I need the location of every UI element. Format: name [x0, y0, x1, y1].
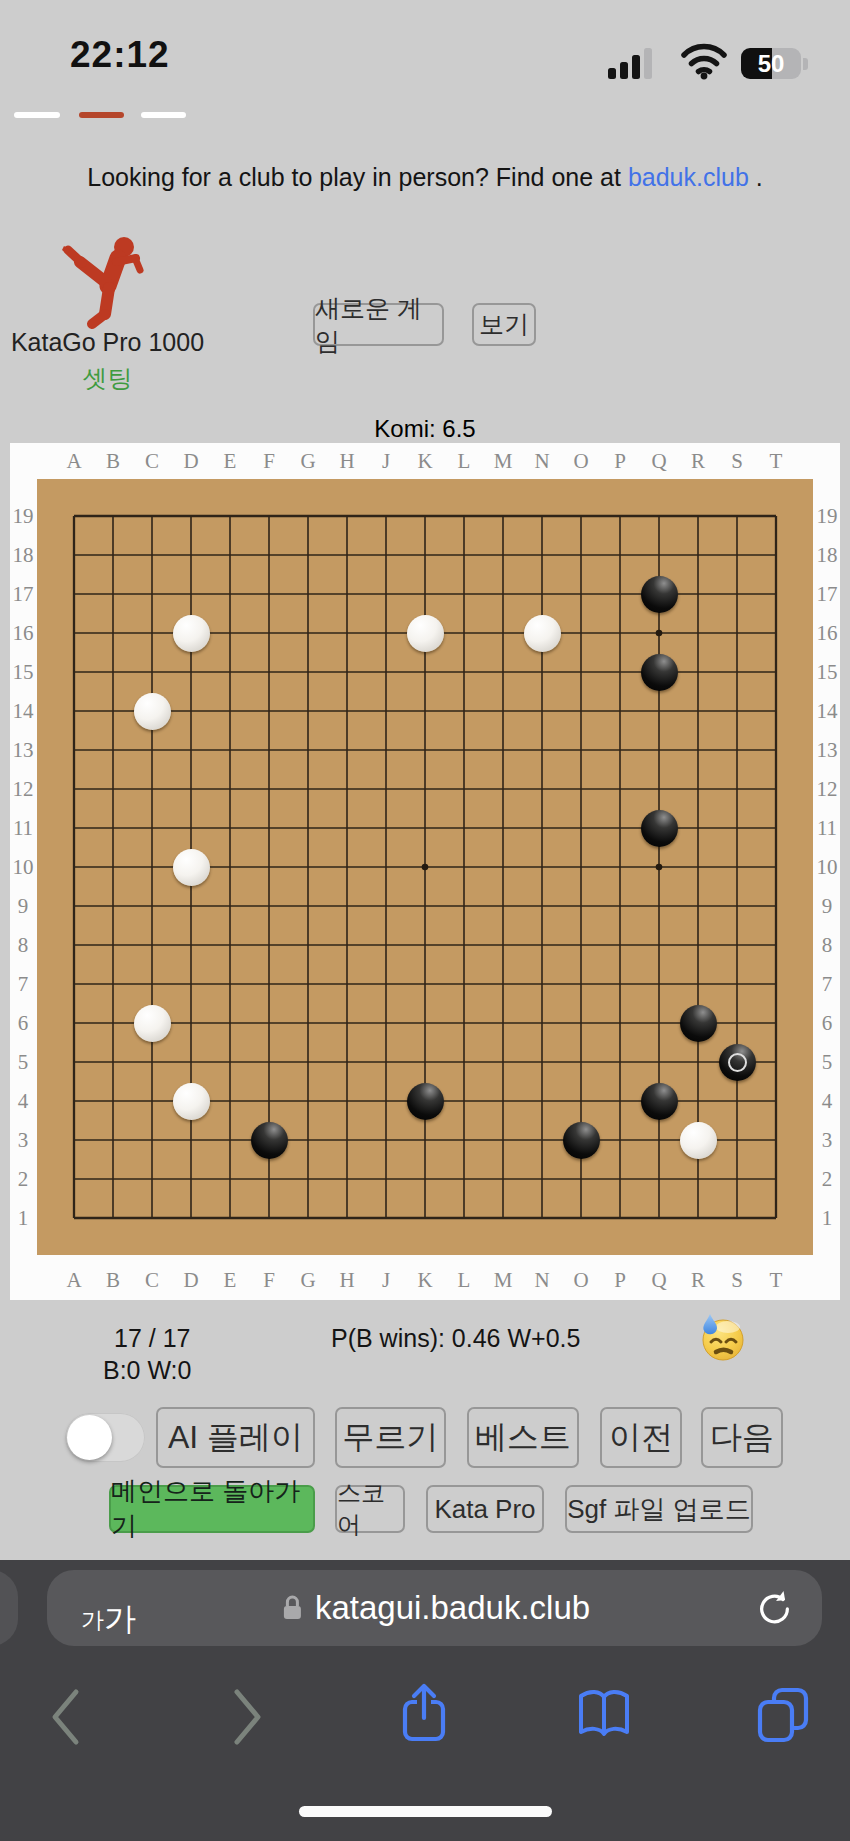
- coord-left-19: 19: [13, 504, 34, 529]
- go-board[interactable]: [37, 479, 813, 1255]
- tab-indicator-1[interactable]: [14, 112, 60, 118]
- stone-black-k4: [407, 1083, 444, 1120]
- coord-left-3: 3: [18, 1128, 29, 1153]
- coord-bottom-a: A: [66, 1268, 81, 1293]
- coord-right-16: 16: [817, 621, 838, 646]
- ai-toggle-knob[interactable]: [67, 1415, 112, 1460]
- reload-icon[interactable]: [756, 1589, 794, 1627]
- coord-top-p: P: [614, 449, 626, 474]
- coord-top-c: C: [145, 449, 159, 474]
- tab-indicator-2[interactable]: [79, 112, 124, 118]
- coord-bottom-g: G: [300, 1268, 315, 1293]
- screen: 22:12 50 Looking for a club to play in p…: [0, 0, 850, 1841]
- coord-bottom-l: L: [458, 1268, 471, 1293]
- battery-icon: 50: [741, 48, 801, 79]
- coord-left-14: 14: [13, 699, 34, 724]
- coord-top-j: J: [382, 449, 390, 474]
- settings-link[interactable]: 셋팅: [5, 362, 210, 395]
- coord-top-m: M: [494, 449, 513, 474]
- stone-black-q11: [641, 810, 678, 847]
- coord-right-13: 13: [817, 738, 838, 763]
- coord-right-11: 11: [817, 816, 837, 841]
- coord-bottom-k: K: [417, 1268, 432, 1293]
- coord-bottom-e: E: [224, 1268, 237, 1293]
- coord-right-4: 4: [822, 1089, 833, 1114]
- banner-text: Looking for a club to play in person? Fi…: [87, 163, 621, 191]
- next-button[interactable]: 다음: [701, 1407, 783, 1468]
- coord-right-9: 9: [822, 894, 833, 919]
- taekwondo-kicker-logo: [56, 230, 166, 330]
- coord-bottom-h: H: [339, 1268, 354, 1293]
- url-text[interactable]: katagui.baduk.club: [315, 1589, 590, 1627]
- coord-top-f: F: [263, 449, 275, 474]
- coord-top-h: H: [339, 449, 354, 474]
- stone-black-q17: [641, 576, 678, 613]
- coord-top-o: O: [573, 449, 588, 474]
- home-indicator[interactable]: [299, 1806, 552, 1817]
- coord-bottom-m: M: [494, 1268, 513, 1293]
- coord-left-16: 16: [13, 621, 34, 646]
- lock-icon: [279, 1593, 305, 1623]
- kata-pro-button[interactable]: Kata Pro: [426, 1485, 544, 1533]
- forward-icon[interactable]: [231, 1688, 265, 1746]
- coord-top-g: G: [300, 449, 315, 474]
- stone-white-k16: [407, 615, 444, 652]
- coord-top-s: S: [731, 449, 743, 474]
- back-icon[interactable]: [48, 1688, 82, 1746]
- adjacent-tab-edge[interactable]: [0, 1570, 18, 1646]
- coord-left-10: 10: [13, 855, 34, 880]
- baduk-club-link[interactable]: baduk.club: [628, 163, 749, 191]
- coord-left-17: 17: [13, 582, 34, 607]
- coord-top-k: K: [417, 449, 432, 474]
- sgf-upload-button[interactable]: Sgf 파일 업로드: [565, 1485, 753, 1533]
- bookmarks-icon[interactable]: [576, 1688, 632, 1742]
- share-icon[interactable]: [400, 1682, 448, 1746]
- coord-bottom-r: R: [691, 1268, 705, 1293]
- coord-right-17: 17: [817, 582, 838, 607]
- stone-white-c6: [134, 1005, 171, 1042]
- coord-right-19: 19: [817, 504, 838, 529]
- coord-left-1: 1: [18, 1206, 29, 1231]
- coord-left-18: 18: [13, 543, 34, 568]
- ai-play-button[interactable]: AI 플레이: [156, 1407, 315, 1468]
- stone-black-q15: [641, 654, 678, 691]
- coord-right-10: 10: [817, 855, 838, 880]
- coord-bottom-q: Q: [651, 1268, 666, 1293]
- move-counter: 17 / 17: [114, 1324, 190, 1353]
- coord-top-a: A: [66, 449, 81, 474]
- coord-right-15: 15: [817, 660, 838, 685]
- coord-bottom-t: T: [770, 1268, 783, 1293]
- stone-white-r3: [680, 1122, 717, 1159]
- coord-bottom-p: P: [614, 1268, 626, 1293]
- wifi-icon: [680, 42, 728, 80]
- text-size-button[interactable]: 가가: [81, 1570, 136, 1646]
- tabs-icon[interactable]: [756, 1686, 810, 1744]
- coord-right-1: 1: [822, 1206, 833, 1231]
- coord-bottom-c: C: [145, 1268, 159, 1293]
- battery-nub: [803, 58, 808, 70]
- coord-bottom-j: J: [382, 1268, 390, 1293]
- stone-white-d4: [173, 1083, 210, 1120]
- coord-right-5: 5: [822, 1050, 833, 1075]
- banner-suffix: .: [749, 163, 763, 191]
- stone-black-s5: [719, 1044, 756, 1081]
- coord-left-13: 13: [13, 738, 34, 763]
- coord-bottom-o: O: [573, 1268, 588, 1293]
- coord-right-2: 2: [822, 1167, 833, 1192]
- stone-black-q4: [641, 1083, 678, 1120]
- coord-bottom-f: F: [263, 1268, 275, 1293]
- coord-left-5: 5: [18, 1050, 29, 1075]
- coord-top-e: E: [224, 449, 237, 474]
- coord-top-r: R: [691, 449, 705, 474]
- coord-right-8: 8: [822, 933, 833, 958]
- sweat-emoji-icon: [698, 1312, 746, 1362]
- coord-top-l: L: [458, 449, 471, 474]
- coord-left-8: 8: [18, 933, 29, 958]
- coord-top-b: B: [106, 449, 120, 474]
- signal-icon: [608, 46, 658, 79]
- coord-left-15: 15: [13, 660, 34, 685]
- coord-top-d: D: [183, 449, 198, 474]
- coord-top-n: N: [534, 449, 549, 474]
- coord-left-11: 11: [13, 816, 33, 841]
- coord-left-6: 6: [18, 1011, 29, 1036]
- browser-toolbar: 가가 katagui.baduk.club: [0, 1560, 850, 1841]
- coord-bottom-b: B: [106, 1268, 120, 1293]
- coord-left-4: 4: [18, 1089, 29, 1114]
- stone-black-f3: [251, 1122, 288, 1159]
- coord-top-q: Q: [651, 449, 666, 474]
- komi-label: Komi: 6.5: [0, 415, 850, 443]
- coord-bottom-d: D: [183, 1268, 198, 1293]
- coord-right-18: 18: [817, 543, 838, 568]
- board-panel: AABBCCDDEEFFGGHHJJKKLLMMNNOOPPQQRRSSTT19…: [10, 443, 840, 1300]
- coord-right-12: 12: [817, 777, 838, 802]
- stone-white-d10: [173, 849, 210, 886]
- score-button[interactable]: 스코어: [335, 1485, 405, 1533]
- coord-left-7: 7: [18, 972, 29, 997]
- coord-left-2: 2: [18, 1167, 29, 1192]
- ai-toggle[interactable]: [65, 1413, 145, 1462]
- prev-button[interactable]: 이전: [600, 1407, 682, 1468]
- club-banner: Looking for a club to play in person? Fi…: [0, 163, 850, 192]
- stone-black-r6: [680, 1005, 717, 1042]
- best-button[interactable]: 베스트: [467, 1407, 579, 1468]
- coord-top-t: T: [770, 449, 783, 474]
- view-button[interactable]: 보기: [472, 303, 536, 346]
- last-move-marker: [728, 1053, 747, 1072]
- coord-right-3: 3: [822, 1128, 833, 1153]
- coord-bottom-n: N: [534, 1268, 549, 1293]
- stone-white-c14: [134, 693, 171, 730]
- tab-indicator-3[interactable]: [141, 112, 186, 118]
- coord-left-9: 9: [18, 894, 29, 919]
- coord-bottom-s: S: [731, 1268, 743, 1293]
- new-game-button[interactable]: 새로운 게임: [313, 303, 444, 346]
- clock: 22:12: [70, 34, 170, 76]
- coord-right-6: 6: [822, 1011, 833, 1036]
- stone-white-d16: [173, 615, 210, 652]
- capture-counter: B:0 W:0: [103, 1356, 191, 1385]
- eval-text: P(B wins): 0.46 W+0.5: [331, 1324, 580, 1353]
- undo-button[interactable]: 무르기: [335, 1407, 446, 1468]
- coord-left-12: 12: [13, 777, 34, 802]
- coord-right-14: 14: [817, 699, 838, 724]
- app-title: KataGo Pro 1000: [5, 328, 210, 357]
- back-to-main-button[interactable]: 메인으로 돌아가기: [109, 1485, 315, 1533]
- stone-white-n16: [524, 615, 561, 652]
- address-bar[interactable]: 가가 katagui.baduk.club: [47, 1570, 822, 1646]
- stone-black-o3: [563, 1122, 600, 1159]
- coord-right-7: 7: [822, 972, 833, 997]
